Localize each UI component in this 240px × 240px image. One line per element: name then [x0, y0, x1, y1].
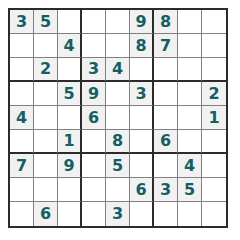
cell-r4c3: 5	[58, 82, 82, 106]
cell-r2c6: 8	[130, 34, 154, 58]
cell-r9c8[interactable]	[178, 202, 202, 226]
cell-r8c5[interactable]	[106, 178, 130, 202]
cell-r3c1[interactable]	[10, 58, 34, 82]
cell-r8c7: 3	[154, 178, 178, 202]
cell-r6c8[interactable]	[178, 130, 202, 154]
cell-r9c6[interactable]	[130, 202, 154, 226]
cell-r6c2[interactable]	[34, 130, 58, 154]
cell-r8c3[interactable]	[58, 178, 82, 202]
sudoku-page: 35984872345932461186795463563	[0, 0, 240, 240]
cell-r4c9: 2	[202, 82, 226, 106]
cell-r2c5[interactable]	[106, 34, 130, 58]
sudoku-board: 35984872345932461186795463563	[8, 8, 228, 228]
cell-r5c6[interactable]	[130, 106, 154, 130]
cell-r4c7[interactable]	[154, 82, 178, 106]
cell-r1c3[interactable]	[58, 10, 82, 34]
cell-r5c1: 4	[10, 106, 34, 130]
cell-r4c8[interactable]	[178, 82, 202, 106]
cell-r2c3: 4	[58, 34, 82, 58]
cell-r6c5: 8	[106, 130, 130, 154]
cell-r9c7[interactable]	[154, 202, 178, 226]
cell-r3c4: 3	[82, 58, 106, 82]
cell-r5c4: 6	[82, 106, 106, 130]
cell-r9c3[interactable]	[58, 202, 82, 226]
cell-r5c5[interactable]	[106, 106, 130, 130]
cell-r5c3[interactable]	[58, 106, 82, 130]
cell-r2c1[interactable]	[10, 34, 34, 58]
cell-r9c2: 6	[34, 202, 58, 226]
cell-r6c6[interactable]	[130, 130, 154, 154]
cell-r6c7: 6	[154, 130, 178, 154]
cell-r2c9[interactable]	[202, 34, 226, 58]
cell-r3c7[interactable]	[154, 58, 178, 82]
cell-r3c8[interactable]	[178, 58, 202, 82]
cell-r2c7: 7	[154, 34, 178, 58]
cell-r7c4[interactable]	[82, 154, 106, 178]
cell-r5c8[interactable]	[178, 106, 202, 130]
cell-r3c6[interactable]	[130, 58, 154, 82]
cell-r8c9[interactable]	[202, 178, 226, 202]
cell-r8c2[interactable]	[34, 178, 58, 202]
cell-r6c9[interactable]	[202, 130, 226, 154]
cell-r7c3: 9	[58, 154, 82, 178]
cell-r8c4[interactable]	[82, 178, 106, 202]
cell-r1c1: 3	[10, 10, 34, 34]
cell-r4c6: 3	[130, 82, 154, 106]
cell-r9c1[interactable]	[10, 202, 34, 226]
cell-r6c4[interactable]	[82, 130, 106, 154]
cell-r6c1[interactable]	[10, 130, 34, 154]
cell-r7c5: 5	[106, 154, 130, 178]
cell-r1c9[interactable]	[202, 10, 226, 34]
cell-r3c5: 4	[106, 58, 130, 82]
cell-r3c2: 2	[34, 58, 58, 82]
cell-r1c8[interactable]	[178, 10, 202, 34]
cell-r7c8: 4	[178, 154, 202, 178]
cell-r4c5[interactable]	[106, 82, 130, 106]
cell-r4c4: 9	[82, 82, 106, 106]
cell-r7c6[interactable]	[130, 154, 154, 178]
cell-r9c5: 3	[106, 202, 130, 226]
cell-r5c2[interactable]	[34, 106, 58, 130]
cell-r2c4[interactable]	[82, 34, 106, 58]
cell-r5c7[interactable]	[154, 106, 178, 130]
cell-r7c2[interactable]	[34, 154, 58, 178]
cell-r4c2[interactable]	[34, 82, 58, 106]
cell-r5c9: 1	[202, 106, 226, 130]
cell-r8c6: 6	[130, 178, 154, 202]
cell-r1c7: 8	[154, 10, 178, 34]
cell-r3c9[interactable]	[202, 58, 226, 82]
cell-r3c3[interactable]	[58, 58, 82, 82]
cell-r8c1[interactable]	[10, 178, 34, 202]
cell-r7c9[interactable]	[202, 154, 226, 178]
cell-r9c9[interactable]	[202, 202, 226, 226]
cell-r2c2[interactable]	[34, 34, 58, 58]
cell-r7c1: 7	[10, 154, 34, 178]
cell-r9c4[interactable]	[82, 202, 106, 226]
cell-r4c1[interactable]	[10, 82, 34, 106]
cell-r1c4[interactable]	[82, 10, 106, 34]
cell-r6c3: 1	[58, 130, 82, 154]
cell-r1c2: 5	[34, 10, 58, 34]
cell-r7c7[interactable]	[154, 154, 178, 178]
cell-r1c5[interactable]	[106, 10, 130, 34]
cell-r1c6: 9	[130, 10, 154, 34]
cell-r2c8[interactable]	[178, 34, 202, 58]
cell-r8c8: 5	[178, 178, 202, 202]
